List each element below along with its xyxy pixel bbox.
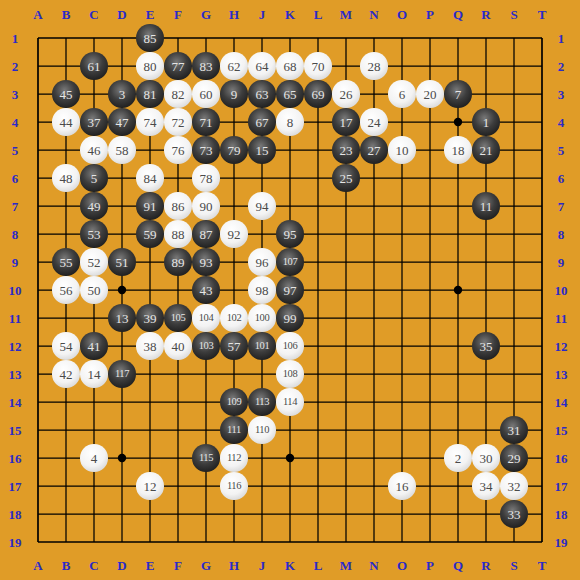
intersection-F11[interactable]: 105 <box>164 304 192 332</box>
intersection-O14[interactable] <box>388 388 416 416</box>
intersection-P14[interactable] <box>416 388 444 416</box>
intersection-F10[interactable] <box>164 276 192 304</box>
intersection-A19[interactable] <box>24 528 52 556</box>
intersection-R6[interactable] <box>472 164 500 192</box>
intersection-A3[interactable] <box>24 80 52 108</box>
intersection-E1[interactable]: 85 <box>136 24 164 52</box>
intersection-Q9[interactable] <box>444 248 472 276</box>
intersection-Q5[interactable]: 18 <box>444 136 472 164</box>
intersection-Q16[interactable]: 2 <box>444 444 472 472</box>
intersection-B14[interactable] <box>52 388 80 416</box>
intersection-M9[interactable] <box>332 248 360 276</box>
intersection-B3[interactable]: 45 <box>52 80 80 108</box>
intersection-E6[interactable]: 84 <box>136 164 164 192</box>
intersection-P5[interactable] <box>416 136 444 164</box>
intersection-R12[interactable]: 35 <box>472 332 500 360</box>
intersection-Q8[interactable] <box>444 220 472 248</box>
intersection-T15[interactable] <box>528 416 556 444</box>
intersection-E2[interactable]: 80 <box>136 52 164 80</box>
intersection-P8[interactable] <box>416 220 444 248</box>
intersection-H12[interactable]: 57 <box>220 332 248 360</box>
intersection-M19[interactable] <box>332 528 360 556</box>
intersection-O12[interactable] <box>388 332 416 360</box>
intersection-Q1[interactable] <box>444 24 472 52</box>
intersection-N1[interactable] <box>360 24 388 52</box>
intersection-T6[interactable] <box>528 164 556 192</box>
intersection-J12[interactable]: 101 <box>248 332 276 360</box>
intersection-E9[interactable] <box>136 248 164 276</box>
intersection-C5[interactable]: 46 <box>80 136 108 164</box>
intersection-R7[interactable]: 11 <box>472 192 500 220</box>
intersection-A8[interactable] <box>24 220 52 248</box>
intersection-M7[interactable] <box>332 192 360 220</box>
intersection-A9[interactable] <box>24 248 52 276</box>
intersection-C18[interactable] <box>80 500 108 528</box>
intersection-S8[interactable] <box>500 220 528 248</box>
intersection-J6[interactable] <box>248 164 276 192</box>
intersection-L18[interactable] <box>304 500 332 528</box>
intersection-L12[interactable] <box>304 332 332 360</box>
intersection-A17[interactable] <box>24 472 52 500</box>
intersection-B13[interactable]: 42 <box>52 360 80 388</box>
intersection-G16[interactable]: 115 <box>192 444 220 472</box>
intersection-T11[interactable] <box>528 304 556 332</box>
intersection-O1[interactable] <box>388 24 416 52</box>
intersection-E4[interactable]: 74 <box>136 108 164 136</box>
intersection-N10[interactable] <box>360 276 388 304</box>
intersection-G18[interactable] <box>192 500 220 528</box>
intersection-G17[interactable] <box>192 472 220 500</box>
intersection-H4[interactable] <box>220 108 248 136</box>
intersection-L13[interactable] <box>304 360 332 388</box>
intersection-L1[interactable] <box>304 24 332 52</box>
intersection-G10[interactable]: 43 <box>192 276 220 304</box>
intersection-S11[interactable] <box>500 304 528 332</box>
intersection-G3[interactable]: 60 <box>192 80 220 108</box>
intersection-F6[interactable] <box>164 164 192 192</box>
intersection-Q6[interactable] <box>444 164 472 192</box>
intersection-S17[interactable]: 32 <box>500 472 528 500</box>
intersection-K6[interactable] <box>276 164 304 192</box>
intersection-S19[interactable] <box>500 528 528 556</box>
intersection-G8[interactable]: 87 <box>192 220 220 248</box>
intersection-A12[interactable] <box>24 332 52 360</box>
intersection-E16[interactable] <box>136 444 164 472</box>
intersection-T2[interactable] <box>528 52 556 80</box>
intersection-E17[interactable]: 12 <box>136 472 164 500</box>
intersection-F17[interactable] <box>164 472 192 500</box>
intersection-B15[interactable] <box>52 416 80 444</box>
intersection-K16[interactable] <box>276 444 304 472</box>
intersection-E11[interactable]: 39 <box>136 304 164 332</box>
intersection-G2[interactable]: 83 <box>192 52 220 80</box>
intersection-P6[interactable] <box>416 164 444 192</box>
intersection-D9[interactable]: 51 <box>108 248 136 276</box>
intersection-G19[interactable] <box>192 528 220 556</box>
intersection-F9[interactable]: 89 <box>164 248 192 276</box>
intersection-D2[interactable] <box>108 52 136 80</box>
intersection-L15[interactable] <box>304 416 332 444</box>
intersection-O4[interactable] <box>388 108 416 136</box>
intersection-N8[interactable] <box>360 220 388 248</box>
intersection-Q7[interactable] <box>444 192 472 220</box>
intersection-O19[interactable] <box>388 528 416 556</box>
intersection-D11[interactable]: 13 <box>108 304 136 332</box>
intersection-B4[interactable]: 44 <box>52 108 80 136</box>
intersection-G7[interactable]: 90 <box>192 192 220 220</box>
intersection-P10[interactable] <box>416 276 444 304</box>
intersection-R17[interactable]: 34 <box>472 472 500 500</box>
intersection-C19[interactable] <box>80 528 108 556</box>
intersection-M12[interactable] <box>332 332 360 360</box>
intersection-D17[interactable] <box>108 472 136 500</box>
intersection-S4[interactable] <box>500 108 528 136</box>
intersection-B11[interactable] <box>52 304 80 332</box>
intersection-T4[interactable] <box>528 108 556 136</box>
intersection-N3[interactable] <box>360 80 388 108</box>
intersection-T7[interactable] <box>528 192 556 220</box>
intersection-F8[interactable]: 88 <box>164 220 192 248</box>
intersection-J2[interactable]: 64 <box>248 52 276 80</box>
intersection-H2[interactable]: 62 <box>220 52 248 80</box>
intersection-P7[interactable] <box>416 192 444 220</box>
intersection-O16[interactable] <box>388 444 416 472</box>
intersection-Q2[interactable] <box>444 52 472 80</box>
intersection-G12[interactable]: 103 <box>192 332 220 360</box>
intersection-M14[interactable] <box>332 388 360 416</box>
intersection-T19[interactable] <box>528 528 556 556</box>
intersection-D10[interactable] <box>108 276 136 304</box>
intersection-P17[interactable] <box>416 472 444 500</box>
intersection-S18[interactable]: 33 <box>500 500 528 528</box>
intersection-H9[interactable] <box>220 248 248 276</box>
intersection-S2[interactable] <box>500 52 528 80</box>
intersection-N15[interactable] <box>360 416 388 444</box>
intersection-K12[interactable]: 106 <box>276 332 304 360</box>
intersection-G1[interactable] <box>192 24 220 52</box>
intersection-A7[interactable] <box>24 192 52 220</box>
intersection-E10[interactable] <box>136 276 164 304</box>
intersection-J11[interactable]: 100 <box>248 304 276 332</box>
intersection-P2[interactable] <box>416 52 444 80</box>
intersection-E18[interactable] <box>136 500 164 528</box>
intersection-M3[interactable]: 26 <box>332 80 360 108</box>
intersection-L16[interactable] <box>304 444 332 472</box>
intersection-K1[interactable] <box>276 24 304 52</box>
intersection-F16[interactable] <box>164 444 192 472</box>
intersection-A2[interactable] <box>24 52 52 80</box>
intersection-E7[interactable]: 91 <box>136 192 164 220</box>
intersection-Q15[interactable] <box>444 416 472 444</box>
intersection-S3[interactable] <box>500 80 528 108</box>
intersection-R14[interactable] <box>472 388 500 416</box>
intersection-P18[interactable] <box>416 500 444 528</box>
intersection-N13[interactable] <box>360 360 388 388</box>
intersection-G5[interactable]: 73 <box>192 136 220 164</box>
intersection-E3[interactable]: 81 <box>136 80 164 108</box>
intersection-O9[interactable] <box>388 248 416 276</box>
intersection-S9[interactable] <box>500 248 528 276</box>
intersection-F5[interactable]: 76 <box>164 136 192 164</box>
intersection-R1[interactable] <box>472 24 500 52</box>
intersection-M18[interactable] <box>332 500 360 528</box>
intersection-C1[interactable] <box>80 24 108 52</box>
intersection-R11[interactable] <box>472 304 500 332</box>
intersection-D3[interactable]: 3 <box>108 80 136 108</box>
intersection-S7[interactable] <box>500 192 528 220</box>
intersection-H3[interactable]: 9 <box>220 80 248 108</box>
intersection-H14[interactable]: 109 <box>220 388 248 416</box>
intersection-C9[interactable]: 52 <box>80 248 108 276</box>
intersection-P1[interactable] <box>416 24 444 52</box>
intersection-S15[interactable]: 31 <box>500 416 528 444</box>
intersection-T8[interactable] <box>528 220 556 248</box>
intersection-S10[interactable] <box>500 276 528 304</box>
intersection-D1[interactable] <box>108 24 136 52</box>
intersection-M8[interactable] <box>332 220 360 248</box>
intersection-T18[interactable] <box>528 500 556 528</box>
intersection-B10[interactable]: 56 <box>52 276 80 304</box>
intersection-P11[interactable] <box>416 304 444 332</box>
intersection-N17[interactable] <box>360 472 388 500</box>
intersection-L6[interactable] <box>304 164 332 192</box>
intersection-L9[interactable] <box>304 248 332 276</box>
intersection-G15[interactable] <box>192 416 220 444</box>
intersection-L3[interactable]: 69 <box>304 80 332 108</box>
intersection-R10[interactable] <box>472 276 500 304</box>
intersection-G4[interactable]: 71 <box>192 108 220 136</box>
intersection-N18[interactable] <box>360 500 388 528</box>
intersection-T5[interactable] <box>528 136 556 164</box>
intersection-B5[interactable] <box>52 136 80 164</box>
intersection-P16[interactable] <box>416 444 444 472</box>
intersection-N7[interactable] <box>360 192 388 220</box>
intersection-Q19[interactable] <box>444 528 472 556</box>
intersection-D8[interactable] <box>108 220 136 248</box>
intersection-O11[interactable] <box>388 304 416 332</box>
intersection-Q11[interactable] <box>444 304 472 332</box>
intersection-F13[interactable] <box>164 360 192 388</box>
intersection-L11[interactable] <box>304 304 332 332</box>
intersection-K17[interactable] <box>276 472 304 500</box>
intersection-Q3[interactable]: 7 <box>444 80 472 108</box>
intersection-H18[interactable] <box>220 500 248 528</box>
intersection-E13[interactable] <box>136 360 164 388</box>
intersection-C4[interactable]: 37 <box>80 108 108 136</box>
intersection-H6[interactable] <box>220 164 248 192</box>
intersection-H5[interactable]: 79 <box>220 136 248 164</box>
intersection-J13[interactable] <box>248 360 276 388</box>
intersection-P3[interactable]: 20 <box>416 80 444 108</box>
intersection-C16[interactable]: 4 <box>80 444 108 472</box>
intersection-G14[interactable] <box>192 388 220 416</box>
intersection-T1[interactable] <box>528 24 556 52</box>
intersection-O7[interactable] <box>388 192 416 220</box>
intersection-P12[interactable] <box>416 332 444 360</box>
intersection-S13[interactable] <box>500 360 528 388</box>
intersection-N16[interactable] <box>360 444 388 472</box>
intersection-Q4[interactable] <box>444 108 472 136</box>
intersection-C6[interactable]: 5 <box>80 164 108 192</box>
intersection-B9[interactable]: 55 <box>52 248 80 276</box>
intersection-H10[interactable] <box>220 276 248 304</box>
intersection-J7[interactable]: 94 <box>248 192 276 220</box>
intersection-A15[interactable] <box>24 416 52 444</box>
intersection-D14[interactable] <box>108 388 136 416</box>
intersection-Q12[interactable] <box>444 332 472 360</box>
intersection-R5[interactable]: 21 <box>472 136 500 164</box>
intersection-O15[interactable] <box>388 416 416 444</box>
intersection-B17[interactable] <box>52 472 80 500</box>
intersection-N2[interactable]: 28 <box>360 52 388 80</box>
intersection-R2[interactable] <box>472 52 500 80</box>
intersection-R18[interactable] <box>472 500 500 528</box>
intersection-D19[interactable] <box>108 528 136 556</box>
intersection-G9[interactable]: 93 <box>192 248 220 276</box>
intersection-F4[interactable]: 72 <box>164 108 192 136</box>
intersection-K15[interactable] <box>276 416 304 444</box>
intersection-J5[interactable]: 15 <box>248 136 276 164</box>
intersection-O8[interactable] <box>388 220 416 248</box>
intersection-A1[interactable] <box>24 24 52 52</box>
intersection-D6[interactable] <box>108 164 136 192</box>
intersection-J8[interactable] <box>248 220 276 248</box>
intersection-C14[interactable] <box>80 388 108 416</box>
intersection-F18[interactable] <box>164 500 192 528</box>
intersection-D13[interactable]: 117 <box>108 360 136 388</box>
intersection-R15[interactable] <box>472 416 500 444</box>
intersection-H1[interactable] <box>220 24 248 52</box>
intersection-L8[interactable] <box>304 220 332 248</box>
intersection-L10[interactable] <box>304 276 332 304</box>
intersection-Q14[interactable] <box>444 388 472 416</box>
intersection-N6[interactable] <box>360 164 388 192</box>
intersection-E12[interactable]: 38 <box>136 332 164 360</box>
intersection-C2[interactable]: 61 <box>80 52 108 80</box>
intersection-D7[interactable] <box>108 192 136 220</box>
intersection-J9[interactable]: 96 <box>248 248 276 276</box>
intersection-Q18[interactable] <box>444 500 472 528</box>
intersection-E15[interactable] <box>136 416 164 444</box>
intersection-M1[interactable] <box>332 24 360 52</box>
intersection-D15[interactable] <box>108 416 136 444</box>
intersection-G6[interactable]: 78 <box>192 164 220 192</box>
intersection-E5[interactable] <box>136 136 164 164</box>
intersection-N4[interactable]: 24 <box>360 108 388 136</box>
intersection-T17[interactable] <box>528 472 556 500</box>
intersection-A10[interactable] <box>24 276 52 304</box>
intersection-P4[interactable] <box>416 108 444 136</box>
intersection-E19[interactable] <box>136 528 164 556</box>
intersection-D5[interactable]: 58 <box>108 136 136 164</box>
intersection-C3[interactable] <box>80 80 108 108</box>
intersection-S6[interactable] <box>500 164 528 192</box>
intersection-A16[interactable] <box>24 444 52 472</box>
intersection-H13[interactable] <box>220 360 248 388</box>
intersection-M5[interactable]: 23 <box>332 136 360 164</box>
intersection-H7[interactable] <box>220 192 248 220</box>
intersection-R3[interactable] <box>472 80 500 108</box>
intersection-L5[interactable] <box>304 136 332 164</box>
intersection-T13[interactable] <box>528 360 556 388</box>
intersection-C11[interactable] <box>80 304 108 332</box>
intersection-T14[interactable] <box>528 388 556 416</box>
intersection-O10[interactable] <box>388 276 416 304</box>
intersection-M11[interactable] <box>332 304 360 332</box>
intersection-H15[interactable]: 111 <box>220 416 248 444</box>
intersection-A11[interactable] <box>24 304 52 332</box>
intersection-B7[interactable] <box>52 192 80 220</box>
intersection-M10[interactable] <box>332 276 360 304</box>
intersection-Q17[interactable] <box>444 472 472 500</box>
intersection-L7[interactable] <box>304 192 332 220</box>
intersection-E8[interactable]: 59 <box>136 220 164 248</box>
intersection-T16[interactable] <box>528 444 556 472</box>
intersection-K9[interactable]: 107 <box>276 248 304 276</box>
intersection-Q10[interactable] <box>444 276 472 304</box>
intersection-R16[interactable]: 30 <box>472 444 500 472</box>
intersection-K11[interactable]: 99 <box>276 304 304 332</box>
intersection-F3[interactable]: 82 <box>164 80 192 108</box>
intersection-B12[interactable]: 54 <box>52 332 80 360</box>
intersection-C15[interactable] <box>80 416 108 444</box>
intersection-J18[interactable] <box>248 500 276 528</box>
intersection-S14[interactable] <box>500 388 528 416</box>
intersection-A18[interactable] <box>24 500 52 528</box>
intersection-K4[interactable]: 8 <box>276 108 304 136</box>
intersection-A6[interactable] <box>24 164 52 192</box>
intersection-O5[interactable]: 10 <box>388 136 416 164</box>
intersection-M2[interactable] <box>332 52 360 80</box>
intersection-C12[interactable]: 41 <box>80 332 108 360</box>
intersection-J19[interactable] <box>248 528 276 556</box>
intersection-F7[interactable]: 86 <box>164 192 192 220</box>
intersection-K13[interactable]: 108 <box>276 360 304 388</box>
intersection-A5[interactable] <box>24 136 52 164</box>
intersection-P9[interactable] <box>416 248 444 276</box>
intersection-H19[interactable] <box>220 528 248 556</box>
intersection-D4[interactable]: 47 <box>108 108 136 136</box>
intersection-B18[interactable] <box>52 500 80 528</box>
intersection-F12[interactable]: 40 <box>164 332 192 360</box>
intersection-J17[interactable] <box>248 472 276 500</box>
intersection-L4[interactable] <box>304 108 332 136</box>
intersection-B16[interactable] <box>52 444 80 472</box>
intersection-T10[interactable] <box>528 276 556 304</box>
intersection-L14[interactable] <box>304 388 332 416</box>
intersection-A4[interactable] <box>24 108 52 136</box>
intersection-M4[interactable]: 17 <box>332 108 360 136</box>
intersection-M17[interactable] <box>332 472 360 500</box>
intersection-N12[interactable] <box>360 332 388 360</box>
intersection-N11[interactable] <box>360 304 388 332</box>
intersection-K8[interactable]: 95 <box>276 220 304 248</box>
intersection-K18[interactable] <box>276 500 304 528</box>
intersection-B2[interactable] <box>52 52 80 80</box>
intersection-J14[interactable]: 113 <box>248 388 276 416</box>
intersection-J4[interactable]: 67 <box>248 108 276 136</box>
intersection-L17[interactable] <box>304 472 332 500</box>
intersection-N9[interactable] <box>360 248 388 276</box>
intersection-J15[interactable]: 110 <box>248 416 276 444</box>
intersection-L19[interactable] <box>304 528 332 556</box>
intersection-C7[interactable]: 49 <box>80 192 108 220</box>
intersection-C10[interactable]: 50 <box>80 276 108 304</box>
intersection-B8[interactable] <box>52 220 80 248</box>
intersection-R19[interactable] <box>472 528 500 556</box>
intersection-M15[interactable] <box>332 416 360 444</box>
intersection-D18[interactable] <box>108 500 136 528</box>
